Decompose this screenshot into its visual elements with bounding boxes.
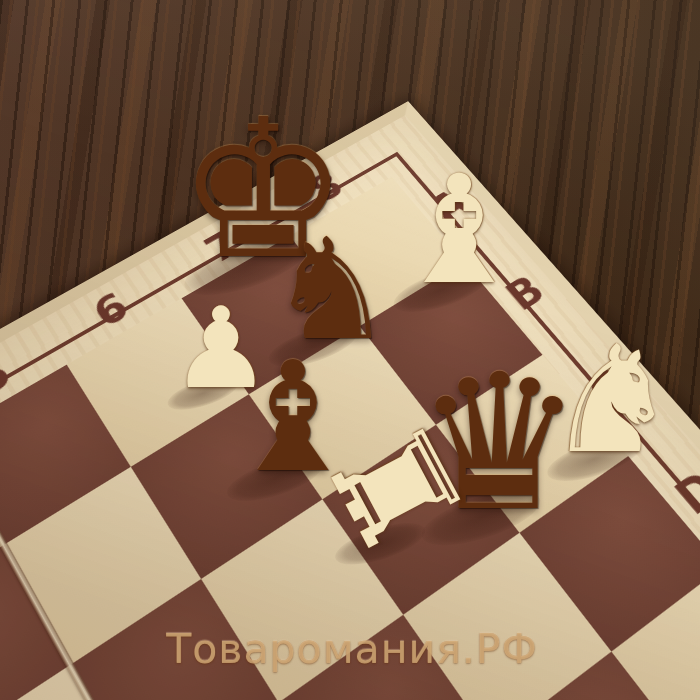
white-bishop[interactable]: ♝ xyxy=(392,155,526,305)
